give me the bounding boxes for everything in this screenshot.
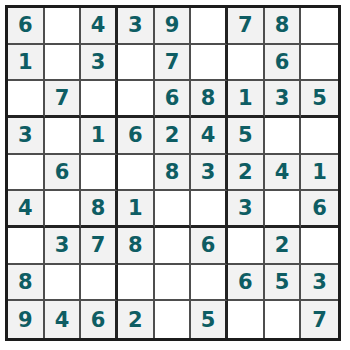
cell-r8c6-empty[interactable] (191, 265, 228, 302)
cell-r5c4-empty[interactable] (118, 155, 155, 192)
cell-r4c5-given: 2 (155, 118, 192, 155)
cell-r2c1-given: 1 (8, 45, 45, 82)
cell-r9c6-given: 5 (191, 301, 228, 338)
cell-r5c6-given: 3 (191, 155, 228, 192)
cell-r5c1-empty[interactable] (8, 155, 45, 192)
cell-r5c7-given: 2 (228, 155, 265, 192)
cell-r5c5-given: 8 (155, 155, 192, 192)
cell-r3c1-empty[interactable] (8, 81, 45, 118)
cell-r8c2-empty[interactable] (45, 265, 82, 302)
cell-r7c2-given: 3 (45, 228, 82, 265)
cell-r9c1-given: 9 (8, 301, 45, 338)
page: 6439781376768135316245683241481363786286… (0, 0, 350, 350)
cell-r9c7-empty[interactable] (228, 301, 265, 338)
cell-r8c5-empty[interactable] (155, 265, 192, 302)
cell-r3c2-given: 7 (45, 81, 82, 118)
cell-r7c5-empty[interactable] (155, 228, 192, 265)
cell-r4c7-given: 5 (228, 118, 265, 155)
cell-r3c6-given: 8 (191, 81, 228, 118)
cell-r8c4-empty[interactable] (118, 265, 155, 302)
cell-r8c8-given: 5 (265, 265, 302, 302)
cell-r9c9-given: 7 (301, 301, 338, 338)
cell-r9c3-given: 6 (81, 301, 118, 338)
cell-r9c2-given: 4 (45, 301, 82, 338)
cell-r2c5-given: 7 (155, 45, 192, 82)
cell-r1c6-empty[interactable] (191, 8, 228, 45)
cell-r1c1-given: 6 (8, 8, 45, 45)
cell-r4c8-empty[interactable] (265, 118, 302, 155)
cell-r6c8-empty[interactable] (265, 191, 302, 228)
cell-r6c5-empty[interactable] (155, 191, 192, 228)
cell-r6c7-given: 3 (228, 191, 265, 228)
cell-r3c7-given: 1 (228, 81, 265, 118)
cell-r8c9-given: 3 (301, 265, 338, 302)
sudoku-board: 6439781376768135316245683241481363786286… (5, 5, 341, 341)
cell-r8c1-given: 8 (8, 265, 45, 302)
cell-r1c3-given: 4 (81, 8, 118, 45)
cell-r6c6-empty[interactable] (191, 191, 228, 228)
cell-r9c4-given: 2 (118, 301, 155, 338)
cell-r8c3-empty[interactable] (81, 265, 118, 302)
cell-r2c9-empty[interactable] (301, 45, 338, 82)
cell-r1c4-given: 3 (118, 8, 155, 45)
cell-r9c8-empty[interactable] (265, 301, 302, 338)
cell-r3c8-given: 3 (265, 81, 302, 118)
cell-r4c1-given: 3 (8, 118, 45, 155)
cell-r5c3-empty[interactable] (81, 155, 118, 192)
cell-r1c8-given: 8 (265, 8, 302, 45)
cell-r5c8-given: 4 (265, 155, 302, 192)
cell-r4c4-given: 6 (118, 118, 155, 155)
cell-r7c6-given: 6 (191, 228, 228, 265)
cell-r2c8-given: 6 (265, 45, 302, 82)
cell-r1c5-given: 9 (155, 8, 192, 45)
cell-r6c9-given: 6 (301, 191, 338, 228)
cell-r9c5-empty[interactable] (155, 301, 192, 338)
cell-r8c7-given: 6 (228, 265, 265, 302)
cell-r6c3-given: 8 (81, 191, 118, 228)
cell-r1c9-empty[interactable] (301, 8, 338, 45)
cell-r5c9-given: 1 (301, 155, 338, 192)
cell-r3c9-given: 5 (301, 81, 338, 118)
cell-r7c9-empty[interactable] (301, 228, 338, 265)
cell-r3c3-empty[interactable] (81, 81, 118, 118)
cell-r6c4-given: 1 (118, 191, 155, 228)
cell-r4c3-given: 1 (81, 118, 118, 155)
cell-r1c2-empty[interactable] (45, 8, 82, 45)
cell-r7c8-given: 2 (265, 228, 302, 265)
cell-r5c2-given: 6 (45, 155, 82, 192)
cell-r2c6-empty[interactable] (191, 45, 228, 82)
cell-r6c2-empty[interactable] (45, 191, 82, 228)
cell-r4c6-given: 4 (191, 118, 228, 155)
cell-r7c4-given: 8 (118, 228, 155, 265)
cell-r2c2-empty[interactable] (45, 45, 82, 82)
cell-r4c9-empty[interactable] (301, 118, 338, 155)
cell-r3c4-empty[interactable] (118, 81, 155, 118)
cell-r4c2-empty[interactable] (45, 118, 82, 155)
cell-r1c7-given: 7 (228, 8, 265, 45)
cell-r6c1-given: 4 (8, 191, 45, 228)
cell-r2c7-empty[interactable] (228, 45, 265, 82)
cell-r7c3-given: 7 (81, 228, 118, 265)
cell-r7c1-empty[interactable] (8, 228, 45, 265)
cell-r3c5-given: 6 (155, 81, 192, 118)
cell-r2c3-given: 3 (81, 45, 118, 82)
cell-r2c4-empty[interactable] (118, 45, 155, 82)
cell-r7c7-empty[interactable] (228, 228, 265, 265)
